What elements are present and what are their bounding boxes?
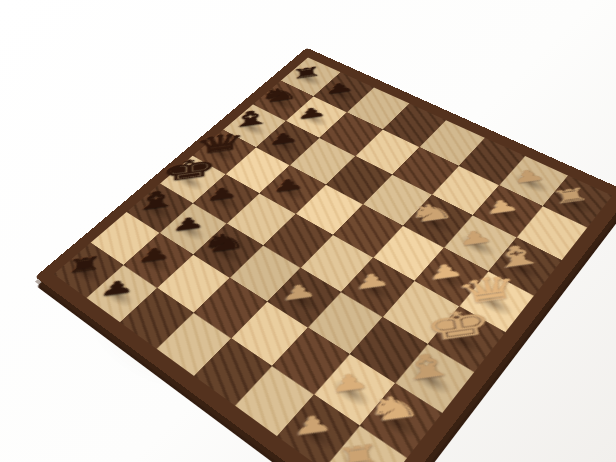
white-pawn-b2[interactable]: ♟ xyxy=(482,196,522,217)
white-pawn-d2[interactable]: ♟ xyxy=(425,260,466,283)
white-queen-d1[interactable]: ♛ xyxy=(453,270,525,310)
white-pawn-f4[interactable]: ♟ xyxy=(280,280,319,303)
white-rook-h1[interactable]: ♜ xyxy=(334,440,383,462)
black-pawn-g7[interactable]: ♟ xyxy=(136,244,172,266)
perspective-container: ♜♟♟♜♞♟♟♝♟♞♟♝♛♟♟♛♚♟♟♚♝♟♞♟♝♟♟♞♜♟♟♜ xyxy=(152,54,513,415)
black-king-e8[interactable]: ♚ xyxy=(160,153,218,186)
chess-scene: ♜♟♟♜♞♟♟♝♟♞♟♝♛♟♟♛♚♟♟♚♝♟♞♟♝♟♟♞♜♟♟♜ xyxy=(0,0,616,462)
white-pawn-e3[interactable]: ♟ xyxy=(352,270,392,293)
black-pawn-f7[interactable]: ♟ xyxy=(172,214,207,235)
black-pawn-h7[interactable]: ♟ xyxy=(99,277,136,300)
white-pawn-a2[interactable]: ♟ xyxy=(508,166,548,186)
black-bishop-f8[interactable]: ♝ xyxy=(130,185,181,215)
board-3d-scene: ♜♟♟♜♞♟♟♝♟♞♟♝♛♟♟♛♚♟♟♚♝♟♞♟♝♟♟♞♜♟♟♜ xyxy=(152,54,513,415)
white-knight-g1[interactable]: ♞ xyxy=(364,390,426,429)
square-c1[interactable]: ♝ xyxy=(488,237,562,295)
white-bishop-f1[interactable]: ♝ xyxy=(395,346,462,386)
white-pawn-g2[interactable]: ♟ xyxy=(327,369,370,396)
square-d1[interactable]: ♛ xyxy=(459,271,535,333)
white-pawn-h2[interactable]: ♟ xyxy=(291,410,335,439)
black-rook-h8[interactable]: ♜ xyxy=(65,253,104,276)
white-bishop-c1[interactable]: ♝ xyxy=(486,239,550,273)
black-knight-f6[interactable]: ♞ xyxy=(200,228,249,257)
black-pawn-d6[interactable]: ♟ xyxy=(271,175,306,195)
square-f4[interactable]: ♟ xyxy=(267,268,341,328)
white-king-e1[interactable]: ♚ xyxy=(421,303,498,348)
